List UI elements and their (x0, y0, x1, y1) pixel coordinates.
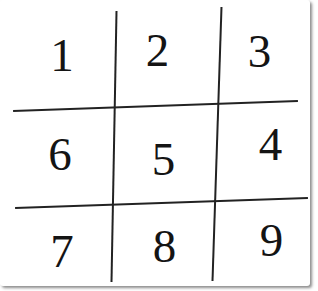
cell-value: 6 (48, 131, 72, 178)
cell-value: 3 (248, 28, 272, 75)
grid-cell-r0c1: 2 (114, 0, 217, 106)
cell-value: 4 (259, 121, 283, 168)
grid-cell-r2c1: 8 (114, 203, 217, 286)
grid-cell-r2c0: 7 (0, 203, 114, 286)
number-grid: 1 2 3 6 5 4 7 8 9 (0, 0, 310, 286)
cell-value: 5 (152, 136, 176, 183)
grid-cell-r0c2: 3 (217, 0, 310, 106)
cell-value: 9 (260, 217, 284, 264)
grid-cell-r1c0: 6 (0, 106, 114, 203)
cell-value: 1 (50, 32, 74, 79)
grid-cell-r2c2: 9 (217, 203, 310, 286)
grid-cell-r1c1: 5 (114, 106, 217, 203)
cell-value: 2 (146, 27, 170, 74)
grid-cell-r0c0: 1 (0, 0, 114, 106)
board-card: 1 2 3 6 5 4 7 8 9 (0, 0, 310, 286)
grid-cell-r1c2: 4 (217, 106, 310, 203)
cell-value: 7 (50, 228, 74, 275)
cell-value: 8 (153, 223, 177, 270)
